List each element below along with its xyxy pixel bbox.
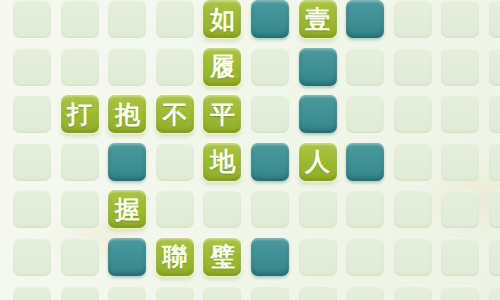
empty-cell-r7c2 — [61, 286, 99, 300]
letter-tile-抱[interactable]: 抱 — [108, 95, 146, 133]
empty-cell-r4c10 — [441, 143, 479, 181]
empty-cell-r1c10 — [441, 0, 479, 38]
empty-cell-r4c1 — [13, 143, 51, 181]
empty-cell-r6c11 — [489, 238, 500, 276]
letter-tile-璧[interactable]: 璧 — [203, 238, 241, 276]
hidden-slot-tile-r6c3[interactable] — [108, 238, 146, 276]
empty-cell-r3c10 — [441, 95, 479, 133]
hidden-slot-tile-r2c7[interactable] — [299, 48, 337, 86]
empty-cell-r2c9 — [394, 48, 432, 86]
empty-cell-r5c9 — [394, 190, 432, 228]
empty-cell-r5c5 — [203, 190, 241, 228]
empty-cell-r2c3 — [108, 48, 146, 86]
empty-cell-r6c8 — [346, 238, 384, 276]
empty-cell-r6c9 — [394, 238, 432, 276]
empty-cell-r3c8 — [346, 95, 384, 133]
empty-cell-r5c7 — [299, 190, 337, 228]
letter-tile-握[interactable]: 握 — [108, 190, 146, 228]
empty-cell-r7c9 — [394, 286, 432, 300]
empty-cell-r3c1 — [13, 95, 51, 133]
empty-cell-r3c9 — [394, 95, 432, 133]
letter-tile-人[interactable]: 人 — [299, 143, 337, 181]
empty-cell-r1c2 — [61, 0, 99, 38]
puzzle-board: 如壹履打抱不平地人握聯璧 — [13, 0, 500, 300]
empty-cell-r4c2 — [61, 143, 99, 181]
empty-cell-r4c4 — [156, 143, 194, 181]
letter-tile-不[interactable]: 不 — [156, 95, 194, 133]
empty-cell-r2c1 — [13, 48, 51, 86]
empty-cell-r1c9 — [394, 0, 432, 38]
empty-cell-r2c11 — [489, 48, 500, 86]
hidden-slot-tile-r6c6[interactable] — [251, 238, 289, 276]
empty-cell-r7c11 — [489, 286, 500, 300]
empty-cell-r5c6 — [251, 190, 289, 228]
letter-tile-壹[interactable]: 壹 — [299, 0, 337, 38]
hidden-slot-tile-r1c6[interactable] — [251, 0, 289, 38]
empty-cell-r3c11 — [489, 95, 500, 133]
empty-cell-r7c1 — [13, 286, 51, 300]
empty-cell-r5c2 — [61, 190, 99, 228]
letter-tile-聯[interactable]: 聯 — [156, 238, 194, 276]
letter-tile-平[interactable]: 平 — [203, 95, 241, 133]
empty-cell-r5c11 — [489, 190, 500, 228]
empty-cell-r7c3 — [108, 286, 146, 300]
empty-cell-r6c2 — [61, 238, 99, 276]
empty-cell-r1c3 — [108, 0, 146, 38]
empty-cell-r5c1 — [13, 190, 51, 228]
empty-cell-r7c10 — [441, 286, 479, 300]
game-screen: 如壹履打抱不平地人握聯璧 — [0, 0, 500, 300]
hidden-slot-tile-r3c7[interactable] — [299, 95, 337, 133]
empty-cell-r1c1 — [13, 0, 51, 38]
empty-cell-r2c2 — [61, 48, 99, 86]
letter-tile-如[interactable]: 如 — [203, 0, 241, 38]
letter-tile-打[interactable]: 打 — [61, 95, 99, 133]
hidden-slot-tile-r4c3[interactable] — [108, 143, 146, 181]
empty-cell-r6c1 — [13, 238, 51, 276]
empty-cell-r7c5 — [203, 286, 241, 300]
hidden-slot-tile-r4c6[interactable] — [251, 143, 289, 181]
empty-cell-r7c7 — [299, 286, 337, 300]
empty-cell-r6c7 — [299, 238, 337, 276]
empty-cell-r5c10 — [441, 190, 479, 228]
hidden-slot-tile-r1c8[interactable] — [346, 0, 384, 38]
empty-cell-r7c6 — [251, 286, 289, 300]
empty-cell-r5c4 — [156, 190, 194, 228]
empty-cell-r3c6 — [251, 95, 289, 133]
empty-cell-r2c10 — [441, 48, 479, 86]
empty-cell-r6c10 — [441, 238, 479, 276]
letter-tile-履[interactable]: 履 — [203, 48, 241, 86]
empty-cell-r2c8 — [346, 48, 384, 86]
empty-cell-r2c4 — [156, 48, 194, 86]
empty-cell-r5c8 — [346, 190, 384, 228]
hidden-slot-tile-r4c8[interactable] — [346, 143, 384, 181]
letter-tile-地[interactable]: 地 — [203, 143, 241, 181]
empty-cell-r1c4 — [156, 0, 194, 38]
empty-cell-r4c11 — [489, 143, 500, 181]
empty-cell-r4c9 — [394, 143, 432, 181]
empty-cell-r1c11 — [489, 0, 500, 38]
empty-cell-r2c6 — [251, 48, 289, 86]
empty-cell-r7c4 — [156, 286, 194, 300]
empty-cell-r7c8 — [346, 286, 384, 300]
